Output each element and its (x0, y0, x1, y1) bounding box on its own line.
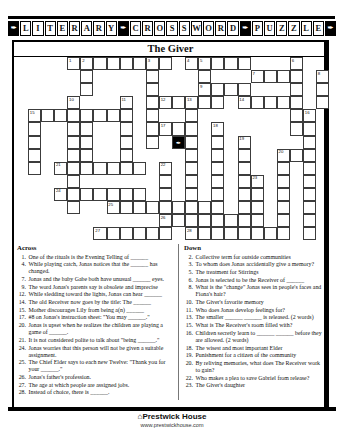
grid-cell[interactable] (251, 214, 264, 227)
footer-rule (8, 407, 336, 411)
clue-item: 13.The smaller ______ ______ is released… (184, 314, 326, 321)
banner-letter-tile: E (313, 21, 324, 36)
grid-cell[interactable] (80, 149, 93, 162)
grid-cell[interactable] (211, 162, 224, 175)
grid-cell[interactable]: 8 (316, 70, 329, 83)
grid-cell[interactable] (80, 83, 93, 96)
clue-text: The word Jonas's parents say is obsolete… (29, 284, 175, 291)
clue-number: 9. (17, 284, 29, 291)
grid-cell[interactable]: 18 (211, 122, 224, 135)
grid-cell[interactable] (238, 188, 251, 201)
clue-item: 25.The Chief Elder says to each new Twel… (17, 359, 174, 373)
clue-item: 4.While playing catch, Jonas notices tha… (17, 261, 174, 275)
clue-item: 16.Children secretly learn to ______ ___… (184, 330, 326, 344)
across-clues-list: 1.One of the rituals is the Evening Tell… (17, 254, 174, 397)
clue-number: 12. (17, 291, 29, 298)
grid-cell[interactable] (251, 201, 264, 214)
grid-cell[interactable] (211, 227, 224, 240)
clue-number: 10. (184, 299, 196, 306)
grid-cell[interactable] (28, 122, 41, 135)
clue-text: The treatment for Stirrings (196, 269, 327, 276)
grid-cell[interactable] (264, 227, 277, 240)
banner-letter-tile: A (81, 21, 92, 36)
quill-logo-tile-icon: ✒ (240, 21, 251, 36)
page-title: The Giver (12, 43, 329, 57)
grid-cell[interactable] (80, 162, 93, 175)
grid-cell[interactable] (146, 109, 159, 122)
grid-cell[interactable] (159, 57, 172, 70)
grid-cell[interactable] (251, 96, 264, 109)
grid-cell[interactable] (277, 188, 290, 201)
clue-item: 2.Collective term for outside communitie… (184, 254, 326, 261)
grid-cell[interactable] (238, 214, 251, 227)
clue-number: 3. (184, 261, 196, 268)
grid-cell[interactable] (146, 70, 159, 83)
clue-item: 15.What is The Receiver's room filled wi… (184, 322, 326, 329)
grid-cell[interactable] (172, 96, 185, 109)
grid-cell[interactable] (185, 201, 198, 214)
clue-item: 20.Jonas is upset when he realizes the c… (17, 322, 174, 336)
grid-cell[interactable] (290, 96, 303, 109)
grid-cell[interactable] (290, 122, 303, 135)
grid-cell[interactable] (93, 188, 106, 201)
clue-number: 18. (184, 345, 196, 352)
grid-cell[interactable] (251, 188, 264, 201)
grid-cell[interactable]: 4 (185, 57, 198, 70)
quill-logo-tile-icon: ✒ (325, 21, 336, 36)
grid-cell[interactable] (146, 227, 159, 240)
grid-cell[interactable] (238, 175, 251, 188)
grid-cell[interactable] (67, 136, 80, 149)
down-clues-section: Down 2.Collective term for outside commu… (184, 244, 326, 390)
clue-text: The Chief Elder says to each new Twelve:… (29, 359, 175, 373)
clue-number: 23. (184, 382, 196, 389)
grid-cell[interactable]: 24 (54, 188, 67, 201)
grid-cell[interactable] (28, 149, 41, 162)
grid-cell[interactable] (67, 122, 80, 135)
grid-cell[interactable] (107, 227, 120, 240)
clue-number-label: 14 (239, 97, 244, 102)
clue-item: 17.#8 on Jonas's instruction sheet: "You… (17, 314, 174, 321)
clue-number-label: 5 (200, 58, 202, 63)
clue-number-label: 21 (56, 162, 61, 167)
grid-cell[interactable]: 7 (251, 70, 264, 83)
footer: ⌂Prestwick House www.prestwickhouse.com (0, 412, 344, 428)
clue-number-label: 18 (213, 123, 218, 128)
grid-cell[interactable]: 26 (159, 214, 172, 227)
grid-cell[interactable] (303, 188, 316, 201)
grid-cell[interactable] (198, 227, 211, 240)
grid-cell[interactable] (93, 57, 106, 70)
grid-cell[interactable] (146, 201, 159, 214)
grid-cell[interactable] (185, 214, 198, 227)
clue-number: 5. (184, 269, 196, 276)
clue-item: 22.Who makes a plea to save Gabriel from… (184, 375, 326, 382)
grid-cell[interactable]: 9 (198, 83, 211, 96)
grid-cell[interactable] (277, 162, 290, 175)
grid-cell[interactable]: 23 (251, 175, 264, 188)
clue-number-label: 17 (161, 123, 166, 128)
grid-cell[interactable] (159, 227, 172, 240)
clue-item: 15.Mother discourages Lily from being a(… (17, 307, 174, 314)
clue-text: One of the rituals is the Evening Tellin… (29, 254, 175, 261)
grid-cell[interactable] (185, 122, 198, 135)
grid-cell[interactable]: 16 (303, 109, 316, 122)
grid-cell[interactable] (120, 57, 133, 70)
clue-number: 6. (184, 277, 196, 284)
grid-cell[interactable] (120, 122, 133, 135)
clue-number: 20. (184, 360, 196, 374)
grid-cell[interactable] (120, 149, 133, 162)
grid-cell[interactable]: 1 (67, 57, 80, 70)
grid-cell[interactable] (303, 162, 316, 175)
down-header: Down (184, 244, 326, 252)
grid-cell[interactable] (93, 109, 106, 122)
clue-number-label: 8 (318, 71, 320, 76)
clue-number-label: 13 (187, 97, 192, 102)
clue-item: 19.Punishment for a citizen of the commu… (184, 352, 326, 359)
grid-cell[interactable] (41, 109, 54, 122)
grid-cell[interactable] (303, 227, 316, 240)
clue-text: Collective term for outside communities (196, 254, 327, 261)
grid-cell[interactable] (224, 57, 237, 70)
clue-number-label: 19 (239, 136, 244, 141)
banner-letter-tile: R (215, 21, 226, 36)
grid-cell[interactable] (146, 96, 159, 109)
clue-number: 25. (17, 359, 29, 373)
grid-cell[interactable] (107, 57, 120, 70)
quill-logo-tile-icon: ✒ (8, 21, 19, 36)
clue-number-label: 15 (30, 110, 35, 115)
literary-crossword-puzzle-banner: ✒LITERARY✒CROSSWORD✒PUZZLE✒ (8, 21, 336, 36)
clue-item: 9.The word Jonas's parents say is obsole… (17, 284, 174, 291)
clue-item: 8.What is the "change" Jonas sees in peo… (184, 284, 326, 298)
grid-cell[interactable] (120, 227, 133, 240)
banner-letter-tile: Z (276, 21, 287, 36)
grid-cell[interactable] (185, 175, 198, 188)
grid-cell[interactable] (224, 227, 237, 240)
grid-cell[interactable] (303, 201, 316, 214)
clue-item: 6.Jonas is selected to be the Receiver o… (184, 277, 326, 284)
grid-cell[interactable] (67, 175, 80, 188)
grid-cell[interactable]: 11 (120, 96, 133, 109)
clue-text: Jonas is upset when he realizes the chil… (29, 322, 175, 336)
grid-cell[interactable] (198, 201, 211, 214)
publisher-url: www.prestwickhouse.com (0, 422, 344, 428)
grid-cell[interactable] (159, 175, 172, 188)
clue-item: 12.While sledding toward the lights, Jon… (17, 291, 174, 298)
banner-letter-tile: I (32, 21, 43, 36)
grid-cell[interactable]: 19 (238, 136, 251, 149)
clue-text: Jonas's father's profession. (29, 374, 175, 381)
grid-cell[interactable]: 20 (277, 149, 290, 162)
banner-letter-tile: D (227, 21, 238, 36)
grid-cell[interactable] (93, 162, 106, 175)
clue-number-label: 11 (121, 97, 125, 102)
clue-text: The old Receiver now goes by the title: … (29, 299, 175, 306)
banner-letter-tile: R (93, 21, 104, 36)
grid-cell[interactable] (198, 96, 211, 109)
grid-cell[interactable] (211, 214, 224, 227)
clue-item: 18.The wisest and most important Elder (184, 345, 326, 352)
across-clues-section: Across 1.One of the rituals is the Eveni… (17, 244, 174, 397)
clue-number: 15. (184, 322, 196, 329)
clue-text: Children secretly learn to ______ ______… (196, 330, 327, 344)
grid-cell[interactable] (316, 83, 329, 96)
grid-cell[interactable] (238, 57, 251, 70)
grid-cell[interactable] (172, 201, 185, 214)
grid-cell[interactable] (277, 201, 290, 214)
grid-cell[interactable] (80, 109, 93, 122)
down-clues-list: 2.Collective term for outside communitie… (184, 254, 326, 390)
clue-text: #8 on Jonas's instruction sheet: "You ma… (29, 314, 175, 321)
grid-cell[interactable] (316, 96, 329, 109)
grid-cell[interactable] (185, 109, 198, 122)
clue-text: By reliving memories, what does The Rece… (196, 360, 327, 374)
grid-cell[interactable] (238, 201, 251, 214)
grid-cell[interactable] (277, 227, 290, 240)
clue-number-label: 16 (305, 110, 310, 115)
banner-letter-tile: O (203, 21, 214, 36)
grid-cell[interactable] (290, 109, 303, 122)
clue-text: The Giver's favorite memory (196, 299, 327, 306)
banner-letter-tile: T (45, 21, 56, 36)
banner-letter-tile: S (179, 21, 190, 36)
grid-cell[interactable] (120, 201, 133, 214)
grid-cell[interactable] (133, 227, 146, 240)
clue-number-label: 9 (200, 84, 202, 89)
grid-cell[interactable] (133, 201, 146, 214)
clue-number-label: 22 (161, 162, 166, 167)
grid-cell[interactable] (120, 162, 133, 175)
grid-cell[interactable] (146, 83, 159, 96)
grid-cell[interactable]: 12 (159, 96, 172, 109)
grid-cell[interactable] (238, 149, 251, 162)
grid-cell[interactable]: 22 (159, 162, 172, 175)
clue-text: The Giver's daughter (196, 382, 327, 389)
grid-cell[interactable] (211, 175, 224, 188)
grid-cell[interactable] (238, 227, 251, 240)
grid-cell[interactable] (133, 188, 146, 201)
grid-cell[interactable] (303, 214, 316, 227)
clue-number: 11. (184, 307, 196, 314)
publisher-name: Prestwick House (142, 412, 206, 421)
clue-text: Jonas worries that this person will not … (29, 345, 175, 359)
grid-cell[interactable] (80, 70, 93, 83)
grid-cell[interactable] (211, 83, 224, 96)
clue-item: 23.The Giver's daughter (184, 382, 326, 389)
clue-text: What is The Receiver's room filled with? (196, 322, 327, 329)
grid-cell[interactable] (120, 136, 133, 149)
clue-number-label: 24 (56, 188, 61, 193)
grid-cell[interactable] (264, 96, 277, 109)
grid-cell[interactable] (146, 136, 159, 149)
grid-cell[interactable] (54, 109, 67, 122)
clue-item: 20.By reliving memories, what does The R… (184, 360, 326, 374)
clue-column-divider (178, 244, 179, 400)
clue-number: 14. (17, 299, 29, 306)
grid-cell[interactable] (238, 162, 251, 175)
grid-cell[interactable] (198, 214, 211, 227)
grid-cell[interactable] (28, 162, 41, 175)
banner-letter-tile: R (142, 21, 153, 36)
banner-letter-tile: Z (288, 21, 299, 36)
clue-number-label: 3 (148, 58, 150, 63)
clue-item: 21.It is not considered polite to talk a… (17, 337, 174, 344)
clue-number: 20. (17, 322, 29, 336)
banner-letter-tile: R (69, 21, 80, 36)
grid-cell[interactable] (303, 136, 316, 149)
grid-cell[interactable] (80, 188, 93, 201)
clue-item: 28.Instead of choice, there is ______. (17, 389, 174, 396)
grid-cell[interactable] (277, 70, 290, 83)
clue-text: While playing catch, Jonas notices that … (29, 261, 175, 275)
clue-text: To whom does Jonas accidentally give a m… (196, 261, 327, 268)
grid-cell[interactable] (290, 83, 303, 96)
clue-number-label: 25 (108, 202, 113, 207)
clue-number: 1. (17, 254, 29, 261)
banner-letter-tile: L (20, 21, 31, 36)
clue-item: 26.Jonas's father's profession. (17, 374, 174, 381)
clue-number: 16. (184, 330, 196, 344)
grid-cell[interactable] (185, 162, 198, 175)
grid-cell[interactable] (290, 70, 303, 83)
grid-cell[interactable] (303, 149, 316, 162)
publisher-brand: ⌂Prestwick House (0, 412, 344, 421)
clue-number-label: 23 (252, 175, 257, 180)
grid-cell[interactable] (264, 70, 277, 83)
grid-cell[interactable]: 13 (185, 96, 198, 109)
clue-item: 1.One of the rituals is the Evening Tell… (17, 254, 174, 261)
grid-cell[interactable] (120, 109, 133, 122)
clue-number-label: 20 (279, 149, 284, 154)
grid-cell[interactable] (224, 214, 237, 227)
clue-item: 24.Jonas worries that this person will n… (17, 345, 174, 359)
grid-cell[interactable] (159, 188, 172, 201)
clue-number: 4. (17, 261, 29, 275)
clue-number-label: 28 (187, 228, 192, 233)
grid-cell[interactable] (107, 109, 120, 122)
grid-cell[interactable] (211, 96, 224, 109)
grid-cell[interactable]: 15 (28, 109, 41, 122)
grid-cell[interactable] (211, 136, 224, 149)
header-rule (8, 16, 335, 19)
clue-item: 11.Who does Jonas develop feelings for? (184, 307, 326, 314)
clue-number-label: 1 (69, 58, 71, 63)
grid-cell[interactable] (67, 188, 80, 201)
grid-cell[interactable] (211, 57, 224, 70)
grid-cell[interactable] (198, 70, 211, 83)
clue-text: The wisest and most important Elder (196, 345, 327, 352)
grid-cell[interactable] (290, 149, 303, 162)
grid-cell[interactable]: 27 (93, 227, 106, 240)
banner-letter-tile: O (154, 21, 165, 36)
grid-cell[interactable] (303, 122, 316, 135)
grid-cell[interactable] (211, 188, 224, 201)
clue-number: 7. (17, 276, 29, 283)
grid-cell[interactable] (80, 122, 93, 135)
clue-number: 2. (184, 254, 196, 261)
clue-number-label: 10 (69, 97, 74, 102)
clue-number: 28. (17, 389, 29, 396)
grid-cell[interactable] (211, 149, 224, 162)
grid-cell[interactable] (238, 83, 251, 96)
clue-number: 15. (17, 307, 29, 314)
clue-number: 13. (184, 314, 196, 321)
grid-cell[interactable] (277, 96, 290, 109)
clue-number: 27. (17, 382, 29, 389)
clue-text: The smaller ______ ______ is released. (… (196, 314, 327, 321)
banner-letter-tile: Y (106, 21, 117, 36)
banner-letter-tile: W (191, 21, 202, 36)
grid-cell[interactable] (185, 149, 198, 162)
clue-number: 26. (17, 374, 29, 381)
grid-cell[interactable] (80, 136, 93, 149)
banner-letter-tile: U (264, 21, 275, 36)
clue-text: It is not considered polite to talk abou… (29, 337, 175, 344)
grid-cell[interactable] (107, 162, 120, 175)
grid-cell[interactable]: 2 (80, 57, 93, 70)
grid-cell[interactable] (133, 162, 146, 175)
grid-cell[interactable] (211, 201, 224, 214)
clue-number: 21. (17, 337, 29, 344)
grid-cell[interactable] (28, 136, 41, 149)
grid-cell[interactable] (107, 188, 120, 201)
clue-text: Instead of choice, there is ______. (29, 389, 175, 396)
grid-cell[interactable]: 3 (146, 57, 159, 70)
clue-item: 7.Jonas and the baby Gabe both have unus… (17, 276, 174, 283)
grid-cell[interactable] (67, 201, 80, 214)
clue-number-label: 27 (95, 228, 100, 233)
grid-cell[interactable] (133, 57, 146, 70)
grid-cell[interactable]: 28 (185, 227, 198, 240)
grid-cell[interactable] (146, 122, 159, 135)
grid-cell[interactable] (224, 83, 237, 96)
clue-text: The age at which people are assigned job… (29, 382, 175, 389)
grid-cell[interactable]: 17 (159, 122, 172, 135)
grid-cell[interactable]: 25 (107, 201, 120, 214)
grid-cell[interactable]: 21 (54, 162, 67, 175)
clue-number-label: 4 (187, 58, 189, 63)
clue-text: Who does Jonas develop feelings for? (196, 307, 327, 314)
grid-cell[interactable] (185, 136, 198, 149)
grid-cell[interactable]: 5 (198, 57, 211, 70)
grid-cell[interactable] (159, 201, 172, 214)
clue-text: Punishment for a citizen of the communit… (196, 352, 327, 359)
grid-cell[interactable] (277, 175, 290, 188)
clue-number-label: 6 (292, 58, 294, 63)
grid-cell[interactable] (303, 175, 316, 188)
grid-cell[interactable] (185, 188, 198, 201)
grid-cell[interactable] (251, 227, 264, 240)
grid-cell[interactable] (172, 214, 185, 227)
clue-number-label: 26 (161, 215, 166, 220)
grid-cell[interactable]: 6 (290, 57, 303, 70)
clue-number: 24. (17, 345, 29, 359)
grid-cell[interactable]: 14 (238, 96, 251, 109)
grid-cell[interactable] (67, 162, 80, 175)
grid-cell[interactable] (277, 214, 290, 227)
grid-cell[interactable] (172, 122, 185, 135)
clue-number: 19. (184, 352, 196, 359)
grid-cell[interactable]: 10 (67, 96, 80, 109)
clue-item: 27.The age at which people are assigned … (17, 382, 174, 389)
clue-text: Mother discourages Lily from being a(n) … (29, 307, 175, 314)
grid-cell[interactable] (67, 109, 80, 122)
grid-cell[interactable] (67, 149, 80, 162)
grid-cell[interactable] (120, 188, 133, 201)
crossword-grid: 123456789101112131415161718✒192021222324… (28, 57, 329, 240)
